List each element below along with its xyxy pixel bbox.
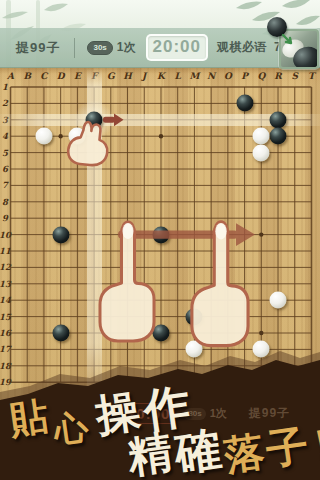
capture-count: 提99子 bbox=[16, 39, 60, 57]
column-label: C bbox=[40, 71, 47, 81]
green-arrow-icon bbox=[281, 33, 299, 51]
column-label: N bbox=[207, 71, 215, 81]
column-label: K bbox=[157, 71, 165, 81]
column-label: J bbox=[142, 71, 146, 81]
row-label: 13 bbox=[0, 279, 11, 289]
column-label: A bbox=[7, 71, 14, 81]
row-label: 8 bbox=[2, 197, 8, 207]
column-label: S bbox=[291, 71, 298, 81]
row-label: 18 bbox=[0, 361, 11, 371]
black-stone-D16 bbox=[52, 325, 69, 342]
column-label: R bbox=[274, 71, 281, 81]
row-label: 3 bbox=[2, 115, 8, 125]
column-label: B bbox=[23, 71, 31, 81]
white-stone-Q17 bbox=[253, 341, 270, 358]
row-label: 1 bbox=[2, 82, 8, 92]
row-label: 11 bbox=[0, 246, 11, 256]
column-label: Q bbox=[257, 71, 265, 81]
column-label: G bbox=[107, 71, 115, 81]
column-label: O bbox=[224, 71, 232, 81]
black-stone-P2 bbox=[236, 95, 253, 112]
black-stone-D10 bbox=[52, 226, 69, 243]
column-label: E bbox=[74, 71, 81, 81]
divider bbox=[74, 38, 75, 58]
column-label: P bbox=[241, 71, 248, 81]
column-label: D bbox=[57, 71, 65, 81]
player-name: 观棋必语 bbox=[217, 39, 267, 56]
row-label: 14 bbox=[0, 295, 11, 305]
row-label: 2 bbox=[2, 98, 8, 108]
white-stone-M17 bbox=[186, 341, 203, 358]
row-label: 15 bbox=[0, 312, 11, 322]
black-stone-M15 bbox=[186, 308, 203, 325]
column-label: H bbox=[123, 71, 132, 81]
row-label: 6 bbox=[2, 164, 8, 174]
white-stone-Q4 bbox=[253, 128, 270, 145]
goban[interactable]: ABCDEFGHJKLMNOPQRST123456789101112131415… bbox=[0, 67, 320, 480]
black-stone-R4 bbox=[270, 128, 287, 145]
row-label: 16 bbox=[0, 328, 11, 338]
black-stone-K16 bbox=[152, 325, 169, 342]
column-label: T bbox=[308, 71, 315, 81]
row-label: 12 bbox=[0, 262, 11, 272]
column-label: L bbox=[175, 71, 181, 81]
black-stone-R3 bbox=[270, 111, 287, 128]
game-timer: 20:00 bbox=[146, 34, 208, 61]
row-label: 19 bbox=[0, 377, 11, 387]
row-label: 10 bbox=[0, 230, 11, 240]
row-label: 7 bbox=[2, 180, 8, 190]
row-label: 4 bbox=[2, 131, 8, 141]
app-screen: 提99子 30s 1次 20:00 观棋必语 7段 bbox=[0, 0, 320, 480]
column-label: F bbox=[91, 71, 97, 81]
black-stone-K10 bbox=[152, 226, 169, 243]
white-stone-E4 bbox=[69, 128, 86, 145]
white-stone-Q5 bbox=[253, 144, 270, 161]
black-stone-F3 bbox=[86, 111, 103, 128]
column-label: M bbox=[189, 71, 199, 81]
white-stone-R14 bbox=[270, 292, 287, 309]
row-label: 5 bbox=[2, 148, 8, 158]
row-label: 9 bbox=[2, 213, 8, 223]
white-stone-C4 bbox=[35, 128, 52, 145]
byoyomi-times: 1次 bbox=[117, 39, 136, 56]
row-label: 17 bbox=[0, 344, 11, 354]
byoyomi-badge: 30s bbox=[87, 41, 112, 55]
